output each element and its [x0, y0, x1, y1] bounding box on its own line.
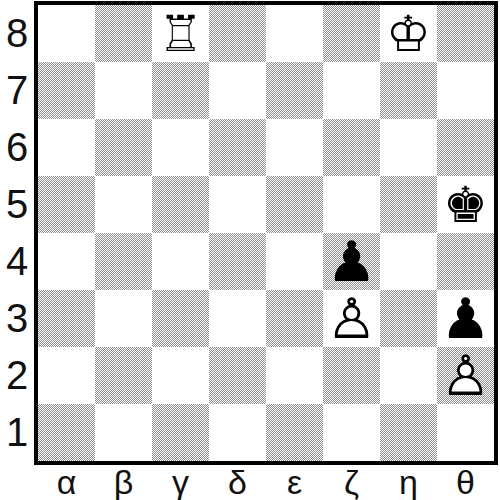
square-γ7[interactable]	[152, 62, 209, 119]
file-label-zeta: ζ	[323, 464, 380, 500]
square-α2[interactable]	[38, 347, 95, 404]
square-β8[interactable]	[95, 5, 152, 62]
white-king-glyph: ♔	[386, 9, 431, 59]
square-η4[interactable]	[380, 233, 437, 290]
rank-label-3: 3	[0, 290, 34, 347]
square-γ6[interactable]	[152, 119, 209, 176]
file-label-delta: δ	[209, 464, 266, 500]
square-α7[interactable]	[38, 62, 95, 119]
black-pawn[interactable]: ♟	[437, 290, 494, 347]
white-rook-glyph: ♖	[158, 9, 203, 59]
square-η5[interactable]	[380, 176, 437, 233]
rank-label-5: 5	[0, 176, 34, 233]
square-θ3[interactable]: ♟	[437, 290, 494, 347]
white-pawn[interactable]: ♟♙	[437, 347, 494, 404]
square-ζ5[interactable]	[323, 176, 380, 233]
square-ζ7[interactable]	[323, 62, 380, 119]
file-label-gamma: γ	[152, 464, 209, 500]
square-γ2[interactable]	[152, 347, 209, 404]
square-θ6[interactable]	[437, 119, 494, 176]
rank-label-8: 8	[0, 5, 34, 62]
white-king[interactable]: ♚♔	[380, 5, 437, 62]
square-ε4[interactable]	[266, 233, 323, 290]
square-η1[interactable]	[380, 404, 437, 461]
white-pawn-glyph: ♙	[440, 348, 490, 404]
square-ζ3[interactable]: ♟♙	[323, 290, 380, 347]
square-γ5[interactable]	[152, 176, 209, 233]
white-pawn[interactable]: ♟♙	[323, 290, 380, 347]
square-ζ1[interactable]	[323, 404, 380, 461]
square-α5[interactable]	[38, 176, 95, 233]
white-rook[interactable]: ♜♖	[152, 5, 209, 62]
black-king-glyph: ♚	[443, 180, 488, 230]
white-pawn-glyph: ♙	[326, 291, 376, 347]
square-δ4[interactable]	[209, 233, 266, 290]
square-α4[interactable]	[38, 233, 95, 290]
square-θ2[interactable]: ♟♙	[437, 347, 494, 404]
square-ε8[interactable]	[266, 5, 323, 62]
square-β1[interactable]	[95, 404, 152, 461]
square-γ3[interactable]	[152, 290, 209, 347]
square-γ8[interactable]: ♜♖	[152, 5, 209, 62]
square-α6[interactable]	[38, 119, 95, 176]
square-θ1[interactable]	[437, 404, 494, 461]
square-β6[interactable]	[95, 119, 152, 176]
file-label-alpha: α	[38, 464, 95, 500]
square-θ7[interactable]	[437, 62, 494, 119]
rank-labels: 8 7 6 5 4 3 2 1	[0, 5, 34, 461]
square-θ4[interactable]	[437, 233, 494, 290]
square-θ8[interactable]	[437, 5, 494, 62]
chess-board: ♜♖♚♔♚♟♟♙♟♟♙	[34, 1, 498, 465]
square-ε2[interactable]	[266, 347, 323, 404]
square-δ1[interactable]	[209, 404, 266, 461]
square-η8[interactable]: ♚♔	[380, 5, 437, 62]
rank-label-4: 4	[0, 233, 34, 290]
square-ζ2[interactable]	[323, 347, 380, 404]
rank-label-6: 6	[0, 119, 34, 176]
black-pawn[interactable]: ♟	[323, 233, 380, 290]
file-label-beta: β	[95, 464, 152, 500]
square-ζ6[interactable]	[323, 119, 380, 176]
square-β5[interactable]	[95, 176, 152, 233]
square-ζ4[interactable]: ♟	[323, 233, 380, 290]
square-δ7[interactable]	[209, 62, 266, 119]
square-δ5[interactable]	[209, 176, 266, 233]
square-η7[interactable]	[380, 62, 437, 119]
chess-diagram: 8 7 6 5 4 3 2 1 ♜♖♚♔♚♟♟♙♟♟♙ α β γ δ ε ζ …	[0, 0, 500, 500]
square-α3[interactable]	[38, 290, 95, 347]
square-θ5[interactable]: ♚	[437, 176, 494, 233]
square-ε6[interactable]	[266, 119, 323, 176]
square-α1[interactable]	[38, 404, 95, 461]
file-label-eta: η	[380, 464, 437, 500]
file-labels: α β γ δ ε ζ η θ	[38, 464, 494, 500]
square-δ3[interactable]	[209, 290, 266, 347]
square-δ8[interactable]	[209, 5, 266, 62]
black-king[interactable]: ♚	[437, 176, 494, 233]
square-β4[interactable]	[95, 233, 152, 290]
file-label-epsilon: ε	[266, 464, 323, 500]
square-γ1[interactable]	[152, 404, 209, 461]
square-δ6[interactable]	[209, 119, 266, 176]
square-β7[interactable]	[95, 62, 152, 119]
square-η3[interactable]	[380, 290, 437, 347]
square-α8[interactable]	[38, 5, 95, 62]
square-ε7[interactable]	[266, 62, 323, 119]
square-ε5[interactable]	[266, 176, 323, 233]
square-δ2[interactable]	[209, 347, 266, 404]
square-η6[interactable]	[380, 119, 437, 176]
square-ε3[interactable]	[266, 290, 323, 347]
black-pawn-glyph: ♟	[440, 291, 490, 347]
square-γ4[interactable]	[152, 233, 209, 290]
rank-label-1: 1	[0, 404, 34, 461]
black-pawn-glyph: ♟	[326, 234, 376, 290]
rank-label-7: 7	[0, 62, 34, 119]
square-η2[interactable]	[380, 347, 437, 404]
square-β3[interactable]	[95, 290, 152, 347]
square-β2[interactable]	[95, 347, 152, 404]
file-label-theta: θ	[437, 464, 494, 500]
square-ζ8[interactable]	[323, 5, 380, 62]
square-ε1[interactable]	[266, 404, 323, 461]
rank-label-2: 2	[0, 347, 34, 404]
